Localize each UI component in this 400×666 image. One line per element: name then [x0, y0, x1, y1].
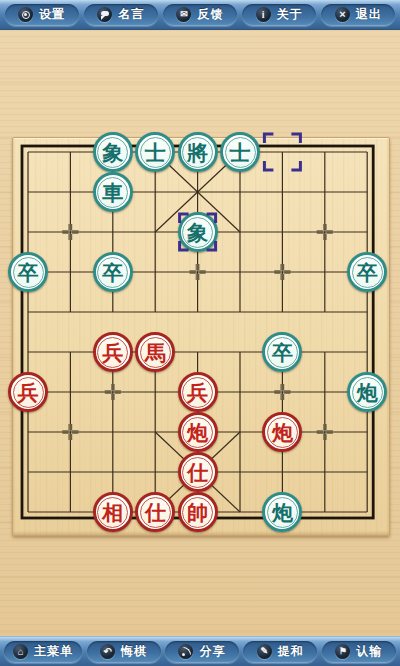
red-soldier-face: 兵 [182, 377, 213, 408]
red-soldier-face: 兵 [13, 377, 44, 408]
piece-character: 兵 [102, 342, 123, 363]
piece-character: 帥 [187, 502, 208, 523]
black-cannon-face: 炮 [352, 377, 383, 408]
red-elephant[interactable]: 相 [93, 492, 133, 532]
red-soldier[interactable]: 兵 [8, 372, 48, 412]
black-chariot[interactable]: 車 [93, 172, 133, 212]
piece-character: 象 [187, 222, 208, 243]
settings-button[interactable]: 设置 [5, 4, 79, 26]
black-advisor[interactable]: 士 [220, 132, 260, 172]
red-advisor[interactable]: 仕 [178, 452, 218, 492]
black-cannon[interactable]: 炮 [347, 372, 387, 412]
piece-character: 仕 [145, 502, 166, 523]
share-label: 分享 [199, 643, 225, 660]
envelope-icon: ✉ [176, 7, 191, 22]
offer-draw-label: 提和 [278, 643, 304, 660]
quotes-label: 名言 [118, 6, 144, 23]
red-cannon-face: 炮 [267, 417, 298, 448]
piece-character: 將 [187, 142, 208, 163]
quotes-button[interactable]: 名言 [84, 4, 158, 26]
red-general[interactable]: 帥 [178, 492, 218, 532]
black-advisor-face: 士 [225, 137, 256, 168]
black-soldier[interactable]: 卒 [347, 252, 387, 292]
red-soldier[interactable]: 兵 [93, 332, 133, 372]
share-button[interactable]: 分享 [165, 641, 239, 663]
piece-character: 士 [145, 142, 166, 163]
piece-character: 炮 [187, 422, 208, 443]
info-icon: i [256, 7, 271, 22]
resign-label: 认输 [356, 643, 382, 660]
piece-character: 卒 [18, 262, 39, 283]
pieces-layer: 象士將士車象卒卒卒卒炮炮兵馬兵兵炮炮仕相仕帥 [0, 0, 400, 666]
piece-character: 仕 [187, 462, 208, 483]
black-cannon[interactable]: 炮 [262, 492, 302, 532]
black-chariot-face: 車 [97, 177, 128, 208]
bottom-toolbar: ⌂ 主菜单 ↶ 悔棋 分享 ✎ 提和 ⚑ 认输 [0, 636, 400, 666]
piece-character: 卒 [357, 262, 378, 283]
black-elephant-face: 象 [182, 217, 213, 248]
black-general[interactable]: 將 [178, 132, 218, 172]
red-cannon-face: 炮 [182, 417, 213, 448]
red-cannon[interactable]: 炮 [178, 412, 218, 452]
resign-button[interactable]: ⚑ 认输 [322, 641, 396, 663]
piece-character: 士 [230, 142, 251, 163]
black-soldier-face: 卒 [267, 337, 298, 368]
main-menu-button[interactable]: ⌂ 主菜单 [4, 641, 82, 663]
black-soldier-face: 卒 [13, 257, 44, 288]
exit-button[interactable]: × 退出 [321, 4, 395, 26]
red-soldier-face: 兵 [97, 337, 128, 368]
feedback-label: 反馈 [197, 6, 223, 23]
top-toolbar: 设置 名言 ✉ 反馈 i 关于 × 退出 [0, 0, 400, 30]
piece-character: 兵 [187, 382, 208, 403]
undo-move-label: 悔棋 [121, 643, 147, 660]
red-advisor[interactable]: 仕 [135, 492, 175, 532]
piece-character: 炮 [272, 422, 293, 443]
piece-character: 象 [102, 142, 123, 163]
black-elephant[interactable]: 象 [178, 212, 218, 252]
black-elephant-face: 象 [97, 137, 128, 168]
black-cannon-face: 炮 [267, 497, 298, 528]
red-horse-face: 馬 [140, 337, 171, 368]
about-button[interactable]: i 关于 [242, 4, 316, 26]
speech-bubble-icon [97, 7, 112, 22]
feedback-button[interactable]: ✉ 反馈 [163, 4, 237, 26]
red-advisor-face: 仕 [140, 497, 171, 528]
piece-character: 炮 [357, 382, 378, 403]
gear-icon [18, 7, 33, 22]
red-soldier[interactable]: 兵 [178, 372, 218, 412]
black-soldier[interactable]: 卒 [262, 332, 302, 372]
red-cannon[interactable]: 炮 [262, 412, 302, 452]
piece-character: 車 [102, 182, 123, 203]
flag-icon: ⚑ [335, 644, 350, 659]
red-advisor-face: 仕 [182, 457, 213, 488]
black-soldier[interactable]: 卒 [8, 252, 48, 292]
pencil-icon: ✎ [257, 644, 272, 659]
offer-draw-button[interactable]: ✎ 提和 [243, 641, 317, 663]
red-general-face: 帥 [182, 497, 213, 528]
black-soldier-face: 卒 [97, 257, 128, 288]
piece-character: 炮 [272, 502, 293, 523]
piece-character: 卒 [272, 342, 293, 363]
black-elephant[interactable]: 象 [93, 132, 133, 172]
exit-label: 退出 [356, 6, 382, 23]
about-label: 关于 [277, 6, 303, 23]
black-advisor-face: 士 [140, 137, 171, 168]
red-elephant-face: 相 [97, 497, 128, 528]
home-icon: ⌂ [13, 644, 28, 659]
piece-character: 馬 [145, 342, 166, 363]
undo-icon: ↶ [100, 644, 115, 659]
main-menu-label: 主菜单 [34, 643, 73, 660]
black-general-face: 將 [182, 137, 213, 168]
black-soldier-face: 卒 [352, 257, 383, 288]
undo-move-button[interactable]: ↶ 悔棋 [87, 641, 161, 663]
piece-character: 卒 [102, 262, 123, 283]
close-icon: × [335, 7, 350, 22]
black-advisor[interactable]: 士 [135, 132, 175, 172]
settings-label: 设置 [39, 6, 65, 23]
red-horse[interactable]: 馬 [135, 332, 175, 372]
piece-character: 相 [102, 502, 123, 523]
share-icon [178, 644, 193, 659]
piece-character: 兵 [18, 382, 39, 403]
black-soldier[interactable]: 卒 [93, 252, 133, 292]
xiangqi-app-screen: 设置 名言 ✉ 反馈 i 关于 × 退出 象士將士車象卒卒卒卒炮炮兵馬兵兵炮炮仕… [0, 0, 400, 666]
